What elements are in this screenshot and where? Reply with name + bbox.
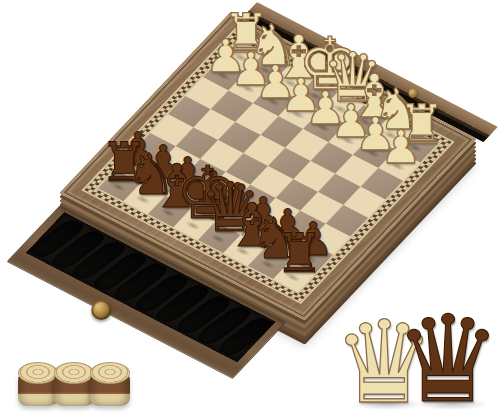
checker-stack[interactable] bbox=[54, 362, 94, 406]
checker-top bbox=[18, 362, 58, 384]
dark-queen-loose-piece[interactable]: ♛ bbox=[388, 300, 500, 417]
square-a8: ♜ bbox=[273, 260, 315, 291]
white-pawn-piece[interactable]: ♟ bbox=[380, 123, 410, 169]
checkers-group bbox=[18, 356, 148, 414]
checker-top bbox=[54, 362, 94, 384]
checker-stack[interactable] bbox=[18, 362, 58, 406]
checker-top bbox=[90, 362, 130, 384]
dark-rook-piece[interactable]: ♜ bbox=[275, 226, 306, 280]
chess-set-box: ♜♞♝♚♛♝♞♜♟♟♟♟♟♟♟♟♟♟♟♟♟♟♟♟♜♞♝♚♛♝♞♜ bbox=[59, 11, 477, 320]
checker-stack[interactable] bbox=[90, 362, 130, 406]
drawer-knob[interactable] bbox=[91, 300, 111, 320]
product-photo-stage: ♜♞♝♚♛♝♞♜♟♟♟♟♟♟♟♟♟♟♟♟♟♟♟♟♜♞♝♚♛♝♞♜ ♛ ♛ bbox=[0, 0, 500, 417]
